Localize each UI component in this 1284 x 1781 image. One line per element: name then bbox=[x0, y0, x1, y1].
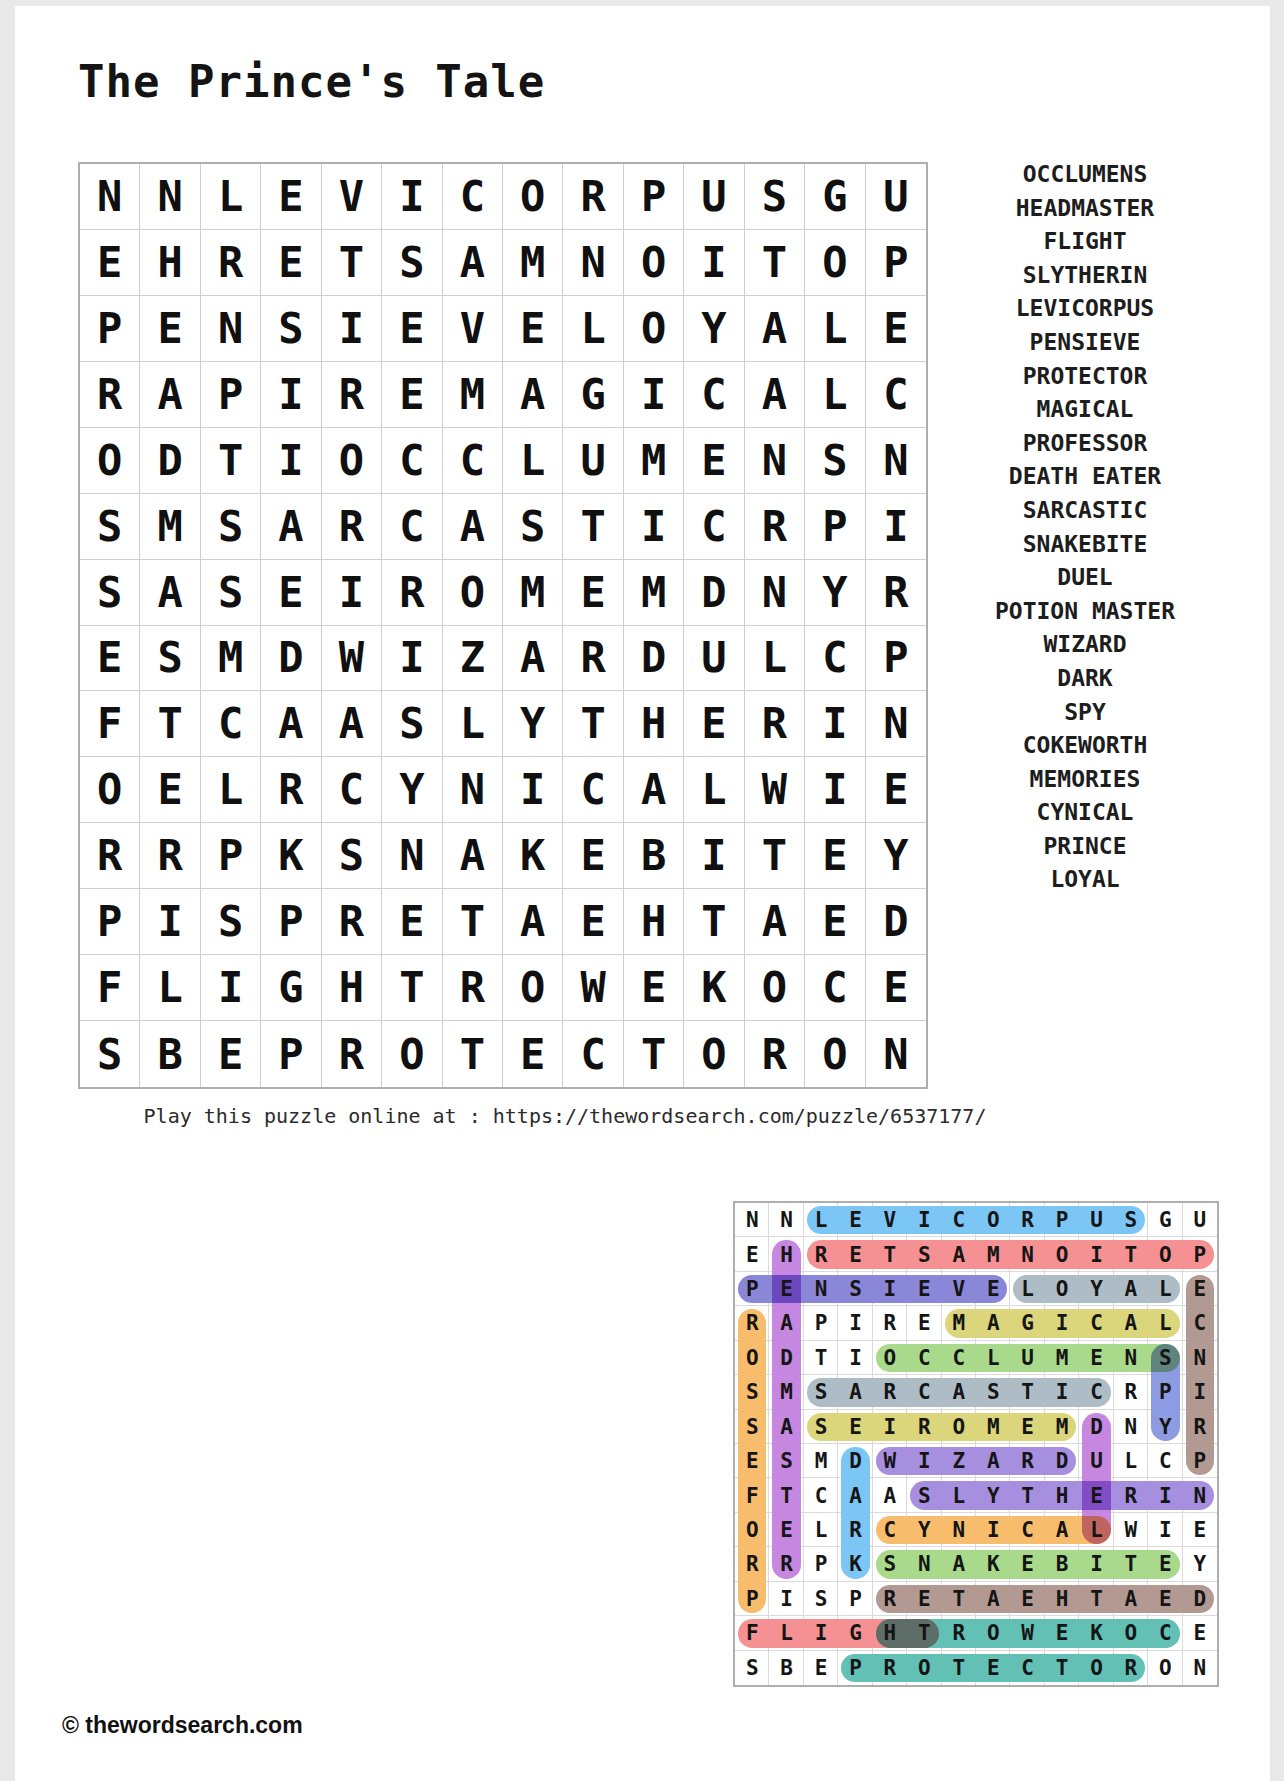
word-list-item: DEATH EATER bbox=[942, 460, 1228, 494]
main-grid-cell: P bbox=[261, 889, 321, 955]
solution-grid-cell: C bbox=[873, 1513, 907, 1547]
solution-grid-cell: H bbox=[769, 1237, 803, 1271]
main-grid-cell: I bbox=[805, 691, 865, 757]
solution-grid-cell: F bbox=[735, 1616, 769, 1650]
solution-grid-cell: I bbox=[769, 1582, 803, 1616]
main-grid-cell: P bbox=[201, 362, 261, 428]
solution-grid-cell: T bbox=[1045, 1651, 1079, 1685]
main-grid-cell: L bbox=[201, 164, 261, 230]
solution-grid-cell: R bbox=[907, 1410, 941, 1444]
word-list-item: DARK bbox=[942, 662, 1228, 696]
solution-grid-cell: E bbox=[769, 1513, 803, 1547]
main-grid-cell: I bbox=[866, 494, 926, 560]
main-grid-cell: P bbox=[201, 823, 261, 889]
main-grid-cell: E bbox=[805, 889, 865, 955]
main-grid-cell: R bbox=[443, 955, 503, 1021]
solution-grid-cell: E bbox=[1183, 1272, 1217, 1306]
main-grid-cell: C bbox=[382, 494, 442, 560]
main-grid-cell: R bbox=[80, 362, 140, 428]
word-list-item: CYNICAL bbox=[942, 796, 1228, 830]
word-list-item: SLYTHERIN bbox=[942, 259, 1228, 293]
main-grid-cell: N bbox=[80, 164, 140, 230]
main-grid-cell: N bbox=[443, 757, 503, 823]
solution-grid-cell: E bbox=[1183, 1513, 1217, 1547]
main-grid-cell: N bbox=[201, 296, 261, 362]
solution-grid-cell: E bbox=[1183, 1616, 1217, 1650]
main-grid-cell: E bbox=[382, 362, 442, 428]
solution-grid-cell: T bbox=[769, 1478, 803, 1512]
main-grid-cell: E bbox=[684, 428, 744, 494]
solution-grid-cell: S bbox=[907, 1237, 941, 1271]
main-grid-cell: S bbox=[382, 230, 442, 296]
main-grid-cell: I bbox=[261, 428, 321, 494]
main-grid-cell: C bbox=[684, 362, 744, 428]
main-grid-cell: S bbox=[201, 494, 261, 560]
solution-grid-cell: U bbox=[1079, 1203, 1113, 1237]
main-grid-cell: A bbox=[140, 362, 200, 428]
main-grid-cell: T bbox=[201, 428, 261, 494]
solution-grid-cell: N bbox=[1114, 1410, 1148, 1444]
solution-grid-cell: S bbox=[873, 1547, 907, 1581]
solution-grid-cell: R bbox=[1114, 1651, 1148, 1685]
main-grid-cell: G bbox=[261, 955, 321, 1021]
main-grid-cell: I bbox=[140, 889, 200, 955]
solution-grid-cell: S bbox=[1114, 1203, 1148, 1237]
main-grid-cell: E bbox=[80, 230, 140, 296]
solution-grid-cell: U bbox=[1010, 1341, 1044, 1375]
main-grid: NNLEVICORPUSGUEHRETSAMNOITOPPENSIEVELOYA… bbox=[78, 162, 928, 1089]
solution-grid-cell: N bbox=[1183, 1478, 1217, 1512]
main-grid-cell: P bbox=[866, 230, 926, 296]
main-grid-cell: E bbox=[866, 296, 926, 362]
main-grid-cell: R bbox=[745, 1021, 805, 1087]
solution-grid-cell: P bbox=[1045, 1203, 1079, 1237]
solution-grid-cell: Y bbox=[1183, 1547, 1217, 1581]
solution-grid-cell: P bbox=[838, 1651, 872, 1685]
solution-grid-cell: H bbox=[873, 1616, 907, 1650]
solution-grid-cell: A bbox=[1114, 1272, 1148, 1306]
main-grid-cell: C bbox=[563, 757, 623, 823]
main-grid-cell: E bbox=[684, 691, 744, 757]
main-grid-cell: H bbox=[140, 230, 200, 296]
solution-grid-cell: S bbox=[976, 1375, 1010, 1409]
solution-grid-cell: C bbox=[1010, 1651, 1044, 1685]
solution-grid-cell: E bbox=[735, 1444, 769, 1478]
word-list-item: COKEWORTH bbox=[942, 729, 1228, 763]
main-grid-cell: O bbox=[805, 230, 865, 296]
main-grid-cell: C bbox=[866, 362, 926, 428]
solution-grid-cell: Z bbox=[942, 1444, 976, 1478]
solution-grid-cell: R bbox=[873, 1306, 907, 1340]
word-list-item: POTION MASTER bbox=[942, 595, 1228, 629]
main-grid-cell: Y bbox=[382, 757, 442, 823]
play-online-line: Play this puzzle online at : https://the… bbox=[0, 1104, 1130, 1128]
solution-grid-cell: S bbox=[804, 1582, 838, 1616]
solution-grid-cell: A bbox=[942, 1375, 976, 1409]
main-grid-cell: C bbox=[201, 691, 261, 757]
solution-grid-cell: T bbox=[1114, 1237, 1148, 1271]
solution-grid-cell: T bbox=[804, 1341, 838, 1375]
main-grid-cell: P bbox=[624, 164, 684, 230]
word-list-item: FLIGHT bbox=[942, 225, 1228, 259]
main-grid-cell: U bbox=[866, 164, 926, 230]
main-grid-cell: E bbox=[382, 889, 442, 955]
solution-grid-cell: P bbox=[804, 1306, 838, 1340]
main-grid-cell: W bbox=[745, 757, 805, 823]
main-grid-cell: W bbox=[563, 955, 623, 1021]
main-grid-cell: R bbox=[322, 362, 382, 428]
solution-grid-cell: T bbox=[1010, 1478, 1044, 1512]
main-grid-cell: A bbox=[745, 296, 805, 362]
solution-grid-cell: N bbox=[804, 1272, 838, 1306]
main-grid-cell: O bbox=[745, 955, 805, 1021]
main-grid-cell: E bbox=[80, 626, 140, 692]
solution-grid-cell: S bbox=[769, 1444, 803, 1478]
main-grid-cell: C bbox=[684, 494, 744, 560]
solution-grid-cell: R bbox=[1114, 1478, 1148, 1512]
main-grid-cell: E bbox=[503, 1021, 563, 1087]
solution-grid-cell: N bbox=[1114, 1341, 1148, 1375]
main-grid-cell: R bbox=[322, 889, 382, 955]
solution-grid-cell: H bbox=[1045, 1582, 1079, 1616]
main-grid-cell: E bbox=[866, 757, 926, 823]
solution-grid-cell: M bbox=[942, 1306, 976, 1340]
solution-grid-cell: N bbox=[907, 1547, 941, 1581]
solution-grid-cell: E bbox=[907, 1272, 941, 1306]
solution-grid-cell: N bbox=[1183, 1341, 1217, 1375]
main-grid-cell: T bbox=[684, 889, 744, 955]
solution-grid-cell: D bbox=[838, 1444, 872, 1478]
solution-grid-cell: I bbox=[1148, 1513, 1182, 1547]
main-grid-cell: D bbox=[624, 626, 684, 692]
main-grid-cell: O bbox=[503, 164, 563, 230]
solution-grid-cell: E bbox=[1010, 1547, 1044, 1581]
main-grid-cell: T bbox=[140, 691, 200, 757]
solution-grid-cell: N bbox=[942, 1513, 976, 1547]
main-grid-cell: O bbox=[805, 1021, 865, 1087]
main-grid-cell: S bbox=[503, 494, 563, 560]
main-grid-cell: D bbox=[684, 560, 744, 626]
solution-grid-cell: L bbox=[1148, 1306, 1182, 1340]
solution-grid-cell: I bbox=[804, 1616, 838, 1650]
solution-grid-cell: Y bbox=[976, 1478, 1010, 1512]
main-grid-cell: C bbox=[443, 164, 503, 230]
solution-grid-cell: R bbox=[735, 1306, 769, 1340]
main-grid-cell: F bbox=[80, 955, 140, 1021]
word-list-item: MAGICAL bbox=[942, 393, 1228, 427]
solution-grid-cell: W bbox=[1010, 1616, 1044, 1650]
main-grid-cell: A bbox=[322, 691, 382, 757]
main-grid-cell: B bbox=[624, 823, 684, 889]
solution-grid-cell: O bbox=[1148, 1237, 1182, 1271]
solution-grid-cell: G bbox=[838, 1616, 872, 1650]
main-grid-cell: S bbox=[261, 296, 321, 362]
solution-grid-cell: N bbox=[1183, 1651, 1217, 1685]
solution-grid-cell: M bbox=[976, 1237, 1010, 1271]
main-grid-cell: E bbox=[382, 296, 442, 362]
solution-grid-cell: T bbox=[942, 1651, 976, 1685]
solution-grid-cell: E bbox=[735, 1237, 769, 1271]
word-list-item: SNAKEBITE bbox=[942, 528, 1228, 562]
main-grid-cell: Y bbox=[684, 296, 744, 362]
main-grid-cell: S bbox=[382, 691, 442, 757]
solution-grid-cell: L bbox=[1114, 1444, 1148, 1478]
solution-grid-cell: E bbox=[1079, 1341, 1113, 1375]
solution-grid-letters: NNLEVICORPUSGUEHRETSAMNOITOPPENSIEVELOYA… bbox=[735, 1203, 1217, 1685]
solution-grid-cell: T bbox=[907, 1616, 941, 1650]
solution-grid-cell: I bbox=[1079, 1547, 1113, 1581]
solution-grid-cell: I bbox=[1045, 1306, 1079, 1340]
solution-grid-cell: T bbox=[1079, 1582, 1113, 1616]
solution-grid-cell: T bbox=[1010, 1375, 1044, 1409]
main-grid-cell: L bbox=[201, 757, 261, 823]
solution-grid-cell: A bbox=[1114, 1582, 1148, 1616]
solution-grid-cell: R bbox=[873, 1582, 907, 1616]
main-grid-cell: A bbox=[503, 889, 563, 955]
main-grid-cell: A bbox=[443, 494, 503, 560]
main-grid-cell: L bbox=[805, 296, 865, 362]
main-grid-cell: R bbox=[322, 1021, 382, 1087]
solution-grid-cell: I bbox=[838, 1306, 872, 1340]
solution-grid-cell: S bbox=[1148, 1341, 1182, 1375]
main-grid-cell: E bbox=[201, 1021, 261, 1087]
main-grid-cell: U bbox=[684, 164, 744, 230]
main-grid-cell: P bbox=[261, 1021, 321, 1087]
main-grid-cell: T bbox=[382, 955, 442, 1021]
solution-grid-cell: U bbox=[1183, 1203, 1217, 1237]
main-grid-cell: A bbox=[443, 823, 503, 889]
solution-grid-cell: Y bbox=[907, 1513, 941, 1547]
main-grid-cell: I bbox=[624, 494, 684, 560]
main-grid-cell: E bbox=[866, 955, 926, 1021]
word-list-item: WIZARD bbox=[942, 628, 1228, 662]
viewer-edge-right bbox=[1270, 0, 1284, 1781]
solution-grid-cell: L bbox=[976, 1341, 1010, 1375]
main-grid-cell: K bbox=[503, 823, 563, 889]
solution-grid-cell: I bbox=[1148, 1478, 1182, 1512]
solution-grid-cell: A bbox=[942, 1547, 976, 1581]
main-grid-cell: G bbox=[805, 164, 865, 230]
solution-grid-cell: S bbox=[838, 1272, 872, 1306]
solution-grid-cell: E bbox=[1010, 1410, 1044, 1444]
main-grid-cell: A bbox=[503, 626, 563, 692]
main-grid-cell: A bbox=[443, 230, 503, 296]
main-grid-cell: E bbox=[563, 823, 623, 889]
solution-grid-cell: C bbox=[942, 1341, 976, 1375]
word-list-item: LOYAL bbox=[942, 863, 1228, 897]
viewer-edge-left bbox=[0, 0, 15, 1781]
solution-grid-cell: S bbox=[804, 1375, 838, 1409]
solution-grid-cell: E bbox=[907, 1306, 941, 1340]
main-grid-cell: A bbox=[261, 691, 321, 757]
main-grid-cell: I bbox=[261, 362, 321, 428]
main-grid-cell: O bbox=[80, 757, 140, 823]
solution-grid-cell: M bbox=[804, 1444, 838, 1478]
solution-grid-cell: D bbox=[1045, 1444, 1079, 1478]
main-grid-cell: O bbox=[382, 1021, 442, 1087]
main-grid-cell: O bbox=[503, 955, 563, 1021]
main-grid-cell: C bbox=[805, 626, 865, 692]
solution-grid-cell: L bbox=[1148, 1272, 1182, 1306]
solution-grid-cell: E bbox=[804, 1651, 838, 1685]
solution-grid-cell: K bbox=[976, 1547, 1010, 1581]
solution-grid-cell: D bbox=[1079, 1410, 1113, 1444]
word-list-item: SARCASTIC bbox=[942, 494, 1228, 528]
main-grid-cell: R bbox=[745, 494, 805, 560]
solution-grid-cell: L bbox=[1010, 1272, 1044, 1306]
solution-grid-cell: E bbox=[1010, 1582, 1044, 1616]
solution-grid-cell: E bbox=[838, 1237, 872, 1271]
main-grid-cell: N bbox=[745, 428, 805, 494]
solution-grid-cell: H bbox=[1045, 1478, 1079, 1512]
main-grid-cell: I bbox=[624, 362, 684, 428]
main-grid-cell: R bbox=[866, 560, 926, 626]
main-grid-cell: E bbox=[805, 823, 865, 889]
solution-grid-cell: K bbox=[1079, 1616, 1113, 1650]
main-grid-cell: M bbox=[503, 560, 563, 626]
main-grid-cell: S bbox=[201, 889, 261, 955]
main-grid-cell: O bbox=[684, 1021, 744, 1087]
main-grid-cell: C bbox=[805, 955, 865, 1021]
solution-grid-cell: P bbox=[735, 1272, 769, 1306]
solution-grid-cell: D bbox=[769, 1341, 803, 1375]
solution-grid-cell: C bbox=[1079, 1306, 1113, 1340]
solution-grid-cell: K bbox=[838, 1547, 872, 1581]
solution-grid-cell: A bbox=[1045, 1513, 1079, 1547]
main-grid-cell: M bbox=[140, 494, 200, 560]
viewer-edge-top bbox=[0, 0, 1284, 6]
solution-grid-cell: S bbox=[804, 1410, 838, 1444]
solution-grid-cell: O bbox=[1045, 1237, 1079, 1271]
solution-grid-cell: M bbox=[1045, 1341, 1079, 1375]
main-grid-cell: G bbox=[563, 362, 623, 428]
main-grid-cell: E bbox=[624, 955, 684, 1021]
main-grid-cell: Z bbox=[443, 626, 503, 692]
solution-grid-cell: A bbox=[838, 1375, 872, 1409]
solution-grid-cell: I bbox=[873, 1272, 907, 1306]
solution-grid-cell: A bbox=[769, 1410, 803, 1444]
main-grid-cell: R bbox=[563, 626, 623, 692]
solution-grid-cell: E bbox=[838, 1203, 872, 1237]
main-grid-cell: R bbox=[745, 691, 805, 757]
solution-grid-cell: W bbox=[873, 1444, 907, 1478]
solution-grid-cell: I bbox=[1183, 1375, 1217, 1409]
main-grid-cell: E bbox=[563, 560, 623, 626]
solution-grid-cell: P bbox=[1183, 1237, 1217, 1271]
main-grid-cell: E bbox=[140, 757, 200, 823]
solution-grid-cell: A bbox=[976, 1582, 1010, 1616]
solution-grid-cell: L bbox=[804, 1203, 838, 1237]
word-list-item: HEADMASTER bbox=[942, 192, 1228, 226]
solution-grid-cell: B bbox=[769, 1651, 803, 1685]
main-grid-cell: S bbox=[80, 560, 140, 626]
word-list-item: LEVICORPUS bbox=[942, 292, 1228, 326]
main-grid-cell: K bbox=[261, 823, 321, 889]
main-grid-cell: I bbox=[322, 296, 382, 362]
main-grid-cell: C bbox=[443, 428, 503, 494]
solution-grid-cell: N bbox=[735, 1203, 769, 1237]
solution-grid-cell: R bbox=[942, 1616, 976, 1650]
solution-grid-cell: I bbox=[873, 1410, 907, 1444]
word-list-item: PRINCE bbox=[942, 830, 1228, 864]
main-grid-cell: T bbox=[745, 230, 805, 296]
main-grid-cell: S bbox=[322, 823, 382, 889]
main-grid-cell: I bbox=[201, 955, 261, 1021]
solution-grid-cell: G bbox=[1148, 1203, 1182, 1237]
main-grid-cell: O bbox=[322, 428, 382, 494]
solution-grid-cell: F bbox=[735, 1478, 769, 1512]
main-grid-cell: U bbox=[684, 626, 744, 692]
puzzle-title: The Prince's Tale bbox=[78, 56, 545, 107]
main-grid-cell: M bbox=[503, 230, 563, 296]
solution-grid-cell: C bbox=[907, 1341, 941, 1375]
solution-grid-cell: A bbox=[942, 1237, 976, 1271]
solution-grid-cell: I bbox=[1079, 1237, 1113, 1271]
main-grid-cell: L bbox=[140, 955, 200, 1021]
solution-grid-cell: R bbox=[804, 1237, 838, 1271]
main-grid-cell: Y bbox=[866, 823, 926, 889]
main-grid-cell: N bbox=[866, 691, 926, 757]
solution-grid-cell: A bbox=[873, 1478, 907, 1512]
solution-grid-cell: N bbox=[769, 1203, 803, 1237]
solution-grid-cell: I bbox=[976, 1513, 1010, 1547]
solution-grid-cell: P bbox=[838, 1582, 872, 1616]
main-grid-cell: R bbox=[140, 823, 200, 889]
solution-grid-cell: A bbox=[1114, 1306, 1148, 1340]
main-grid-cell: E bbox=[140, 296, 200, 362]
solution-grid-cell: O bbox=[907, 1651, 941, 1685]
solution-grid-cell: I bbox=[907, 1203, 941, 1237]
main-grid-cell: O bbox=[624, 230, 684, 296]
main-grid-cell: T bbox=[443, 1021, 503, 1087]
main-grid-cell: O bbox=[624, 296, 684, 362]
solution-grid-cell: E bbox=[838, 1410, 872, 1444]
solution-grid-cell: C bbox=[907, 1375, 941, 1409]
main-grid-cell: M bbox=[624, 560, 684, 626]
main-grid-cell: D bbox=[261, 626, 321, 692]
main-grid-cell: A bbox=[140, 560, 200, 626]
solution-grid-cell: E bbox=[907, 1582, 941, 1616]
main-grid-cell: A bbox=[503, 362, 563, 428]
main-grid-cell: P bbox=[80, 296, 140, 362]
main-grid-cell: L bbox=[503, 428, 563, 494]
solution-grid-cell: P bbox=[804, 1547, 838, 1581]
main-grid-cell: P bbox=[805, 494, 865, 560]
solution-grid-cell: R bbox=[769, 1547, 803, 1581]
main-grid-cell: K bbox=[684, 955, 744, 1021]
solution-grid-cell: R bbox=[735, 1547, 769, 1581]
solution-grid-cell: V bbox=[942, 1272, 976, 1306]
main-grid-cell: M bbox=[624, 428, 684, 494]
main-grid-cell: E bbox=[261, 560, 321, 626]
main-grid-cell: H bbox=[624, 889, 684, 955]
solution-grid-cell: N bbox=[1010, 1237, 1044, 1271]
word-list: OCCLUMENSHEADMASTERFLIGHTSLYTHERINLEVICO… bbox=[942, 158, 1228, 897]
solution-grid-cell: R bbox=[873, 1375, 907, 1409]
solution-grid-cell: L bbox=[942, 1478, 976, 1512]
word-list-item: PENSIEVE bbox=[942, 326, 1228, 360]
word-list-item: OCCLUMENS bbox=[942, 158, 1228, 192]
main-grid-cell: E bbox=[563, 889, 623, 955]
main-grid-cell: V bbox=[322, 164, 382, 230]
solution-grid-cell: E bbox=[976, 1272, 1010, 1306]
main-grid-cell: C bbox=[322, 757, 382, 823]
solution-grid-cell: A bbox=[838, 1478, 872, 1512]
word-list-item: DUEL bbox=[942, 561, 1228, 595]
solution-grid-cell: Y bbox=[1079, 1272, 1113, 1306]
main-grid-cell: S bbox=[201, 560, 261, 626]
main-grid-cell: H bbox=[322, 955, 382, 1021]
